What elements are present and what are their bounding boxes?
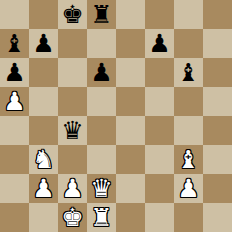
square-h7[interactable] bbox=[203, 29, 232, 58]
square-d7[interactable] bbox=[87, 29, 116, 58]
square-f8[interactable] bbox=[145, 0, 174, 29]
piece-black-rook[interactable]: ♜ bbox=[90, 0, 112, 29]
piece-black-king[interactable]: ♚ bbox=[61, 0, 83, 29]
square-f3[interactable] bbox=[145, 145, 174, 174]
piece-white-queen[interactable]: ♛ bbox=[90, 174, 112, 203]
square-e3[interactable] bbox=[116, 145, 145, 174]
square-h1[interactable] bbox=[203, 203, 232, 232]
square-b4[interactable] bbox=[29, 116, 58, 145]
chess-board: ♚♜♝♟♟♟♟♝♟♛♞♝♟♟♛♟♚♜ bbox=[0, 0, 232, 232]
square-a8[interactable] bbox=[0, 0, 29, 29]
square-b5[interactable] bbox=[29, 87, 58, 116]
piece-white-knight[interactable]: ♞ bbox=[32, 145, 54, 174]
square-e8[interactable] bbox=[116, 0, 145, 29]
square-e4[interactable] bbox=[116, 116, 145, 145]
square-c8[interactable]: ♚ bbox=[58, 0, 87, 29]
square-c2[interactable]: ♟ bbox=[58, 174, 87, 203]
piece-black-pawn[interactable]: ♟ bbox=[32, 29, 54, 58]
square-f6[interactable] bbox=[145, 58, 174, 87]
square-a7[interactable]: ♝ bbox=[0, 29, 29, 58]
square-d8[interactable]: ♜ bbox=[87, 0, 116, 29]
piece-white-pawn[interactable]: ♟ bbox=[32, 174, 54, 203]
square-a3[interactable] bbox=[0, 145, 29, 174]
square-c1[interactable]: ♚ bbox=[58, 203, 87, 232]
square-a6[interactable]: ♟ bbox=[0, 58, 29, 87]
square-h8[interactable] bbox=[203, 0, 232, 29]
square-f1[interactable] bbox=[145, 203, 174, 232]
square-e2[interactable] bbox=[116, 174, 145, 203]
square-c4[interactable]: ♛ bbox=[58, 116, 87, 145]
square-b8[interactable] bbox=[29, 0, 58, 29]
piece-white-pawn[interactable]: ♟ bbox=[61, 174, 83, 203]
square-c7[interactable] bbox=[58, 29, 87, 58]
square-d1[interactable]: ♜ bbox=[87, 203, 116, 232]
square-a5[interactable]: ♟ bbox=[0, 87, 29, 116]
square-f2[interactable] bbox=[145, 174, 174, 203]
square-g4[interactable] bbox=[174, 116, 203, 145]
square-e7[interactable] bbox=[116, 29, 145, 58]
piece-white-king[interactable]: ♚ bbox=[61, 203, 83, 232]
square-h6[interactable] bbox=[203, 58, 232, 87]
square-f5[interactable] bbox=[145, 87, 174, 116]
square-d4[interactable] bbox=[87, 116, 116, 145]
piece-white-pawn[interactable]: ♟ bbox=[3, 87, 25, 116]
square-e1[interactable] bbox=[116, 203, 145, 232]
square-g2[interactable]: ♟ bbox=[174, 174, 203, 203]
square-h2[interactable] bbox=[203, 174, 232, 203]
square-c6[interactable] bbox=[58, 58, 87, 87]
piece-white-bishop[interactable]: ♝ bbox=[177, 145, 199, 174]
piece-white-rook[interactable]: ♜ bbox=[90, 203, 112, 232]
square-h3[interactable] bbox=[203, 145, 232, 174]
square-b7[interactable]: ♟ bbox=[29, 29, 58, 58]
square-a1[interactable] bbox=[0, 203, 29, 232]
piece-black-bishop[interactable]: ♝ bbox=[177, 58, 199, 87]
piece-white-pawn[interactable]: ♟ bbox=[177, 174, 199, 203]
square-g7[interactable] bbox=[174, 29, 203, 58]
square-d2[interactable]: ♛ bbox=[87, 174, 116, 203]
square-d6[interactable]: ♟ bbox=[87, 58, 116, 87]
square-g1[interactable] bbox=[174, 203, 203, 232]
square-h5[interactable] bbox=[203, 87, 232, 116]
square-g6[interactable]: ♝ bbox=[174, 58, 203, 87]
square-b3[interactable]: ♞ bbox=[29, 145, 58, 174]
piece-black-pawn[interactable]: ♟ bbox=[90, 58, 112, 87]
piece-black-pawn[interactable]: ♟ bbox=[148, 29, 170, 58]
square-c3[interactable] bbox=[58, 145, 87, 174]
square-b2[interactable]: ♟ bbox=[29, 174, 58, 203]
piece-black-queen[interactable]: ♛ bbox=[61, 116, 83, 145]
square-b1[interactable] bbox=[29, 203, 58, 232]
square-a4[interactable] bbox=[0, 116, 29, 145]
square-g3[interactable]: ♝ bbox=[174, 145, 203, 174]
square-d5[interactable] bbox=[87, 87, 116, 116]
square-e5[interactable] bbox=[116, 87, 145, 116]
square-e6[interactable] bbox=[116, 58, 145, 87]
square-b6[interactable] bbox=[29, 58, 58, 87]
square-h4[interactable] bbox=[203, 116, 232, 145]
square-d3[interactable] bbox=[87, 145, 116, 174]
square-c5[interactable] bbox=[58, 87, 87, 116]
square-g8[interactable] bbox=[174, 0, 203, 29]
square-g5[interactable] bbox=[174, 87, 203, 116]
piece-black-pawn[interactable]: ♟ bbox=[3, 58, 25, 87]
square-a2[interactable] bbox=[0, 174, 29, 203]
square-f7[interactable]: ♟ bbox=[145, 29, 174, 58]
square-f4[interactable] bbox=[145, 116, 174, 145]
piece-black-bishop[interactable]: ♝ bbox=[3, 29, 25, 58]
